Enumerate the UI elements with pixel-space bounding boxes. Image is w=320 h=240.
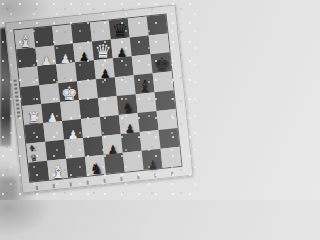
square-b2[interactable] xyxy=(45,140,66,161)
square-d3[interactable] xyxy=(81,117,102,138)
square-f8[interactable]: ♛ xyxy=(109,19,130,40)
square-a4[interactable]: ♜ xyxy=(22,104,43,125)
square-g2[interactable] xyxy=(140,130,161,151)
square-c6[interactable] xyxy=(56,62,77,83)
piece-black-knight-d1[interactable]: ♞ xyxy=(89,162,102,177)
square-c8[interactable] xyxy=(52,25,73,46)
square-d4[interactable] xyxy=(79,98,100,119)
square-h2[interactable] xyxy=(159,128,180,149)
square-h8[interactable] xyxy=(147,15,168,36)
square-g8[interactable] xyxy=(128,17,149,38)
square-c4[interactable] xyxy=(60,100,81,121)
square-h7[interactable] xyxy=(149,33,170,54)
square-e7[interactable]: ♛ xyxy=(92,39,113,60)
square-b8[interactable] xyxy=(33,26,54,47)
square-h3[interactable] xyxy=(157,109,178,130)
square-h5[interactable] xyxy=(153,71,174,92)
square-e5[interactable] xyxy=(96,77,117,98)
square-g4[interactable] xyxy=(136,92,157,113)
square-g7[interactable] xyxy=(130,35,151,56)
square-e3[interactable] xyxy=(100,115,121,136)
square-b1[interactable]: ♝ xyxy=(47,159,68,180)
piece-black-pawn-g1[interactable]: ♟ xyxy=(148,159,159,171)
square-b6[interactable] xyxy=(37,64,58,85)
square-a3[interactable] xyxy=(24,123,45,144)
square-b7[interactable]: ♟ xyxy=(35,45,56,66)
board-frame: ♝♛♟♟♟♛♟♟♚♚♝♜♟♞♟♟♟♝♞♟ ♞♛ xyxy=(4,4,193,193)
square-d7[interactable]: ♟ xyxy=(73,41,94,62)
square-f3[interactable]: ♟ xyxy=(119,113,140,134)
square-c7[interactable]: ♟ xyxy=(54,43,75,64)
square-g3[interactable] xyxy=(138,111,159,132)
chess-board: ♝♛♟♟♟♛♟♟♚♚♝♜♟♞♟♟♟♝♞♟ xyxy=(14,15,181,182)
square-d6[interactable] xyxy=(75,60,96,81)
square-e6[interactable]: ♟ xyxy=(94,58,115,79)
square-e4[interactable] xyxy=(98,96,119,117)
square-b4[interactable]: ♟ xyxy=(41,102,62,123)
square-h4[interactable] xyxy=(155,90,176,111)
square-h1[interactable] xyxy=(161,147,182,168)
square-d2[interactable] xyxy=(83,136,104,157)
square-e8[interactable] xyxy=(90,21,111,42)
square-e1[interactable] xyxy=(104,153,125,174)
square-g1[interactable]: ♟ xyxy=(142,149,163,170)
square-c2[interactable] xyxy=(64,138,85,159)
square-b3[interactable] xyxy=(43,121,64,142)
square-d8[interactable] xyxy=(71,23,92,44)
square-c3[interactable]: ♟ xyxy=(62,119,83,140)
square-f6[interactable] xyxy=(113,56,134,77)
square-f1[interactable] xyxy=(123,151,144,172)
square-h6[interactable]: ♚ xyxy=(151,52,172,73)
square-g6[interactable] xyxy=(132,54,153,75)
square-g5[interactable]: ♝ xyxy=(134,73,155,94)
square-b5[interactable] xyxy=(39,83,60,104)
square-e2[interactable]: ♟ xyxy=(102,134,123,155)
square-a7[interactable] xyxy=(16,47,37,68)
background-shadow-bottom-left xyxy=(0,178,16,200)
square-a5[interactable] xyxy=(20,85,41,106)
square-c1[interactable] xyxy=(66,157,87,178)
square-f5[interactable] xyxy=(115,75,136,96)
square-c5[interactable]: ♚ xyxy=(58,81,79,102)
square-a1[interactable] xyxy=(28,161,49,182)
square-f4[interactable]: ♞ xyxy=(117,94,138,115)
square-d5[interactable] xyxy=(77,79,98,100)
square-f2[interactable] xyxy=(121,132,142,153)
square-f7[interactable]: ♟ xyxy=(111,37,132,58)
piece-white-bishop-b1[interactable]: ♝ xyxy=(51,164,66,181)
square-d1[interactable]: ♞ xyxy=(85,155,106,176)
square-a6[interactable] xyxy=(18,66,39,87)
square-a8[interactable]: ♝ xyxy=(14,28,35,49)
